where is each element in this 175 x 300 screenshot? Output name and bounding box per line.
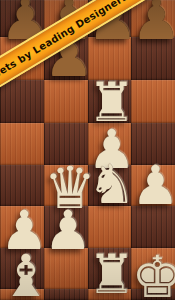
board-square-r3c0[interactable]: [0, 123, 44, 165]
black-pawn-piece[interactable]: ♟: [131, 0, 175, 48]
chess-app-screen: ♟♟♟♟♟♜♟♛♞♟♟♟♝♜♚ Sets by Leading Designer…: [0, 0, 175, 300]
white-knight-piece[interactable]: ♞: [88, 158, 132, 212]
white-king-piece[interactable]: ♚: [131, 248, 175, 300]
board-square-r2c0[interactable]: [0, 80, 44, 123]
white-rook-piece[interactable]: ♜: [88, 248, 132, 300]
white-pawn-piece[interactable]: ♟: [131, 159, 175, 213]
white-bishop-piece[interactable]: ♝: [0, 247, 44, 300]
board-square-r2c3[interactable]: [131, 80, 175, 123]
